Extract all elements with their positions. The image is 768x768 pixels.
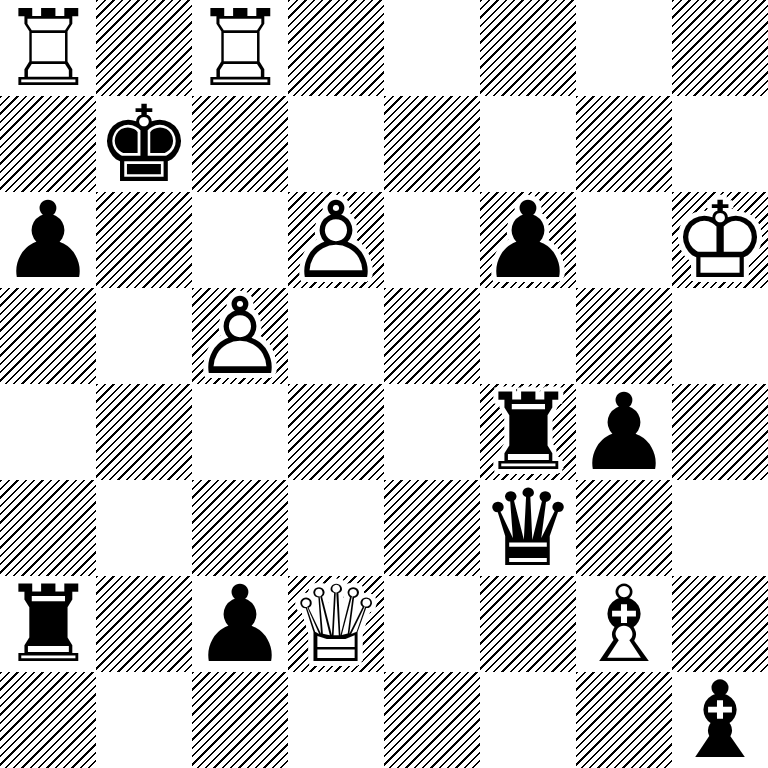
square-a7[interactable] — [0, 96, 96, 192]
piece-white-pawn[interactable]: ♙ — [288, 193, 384, 288]
square-d3[interactable] — [288, 480, 384, 576]
piece-black-rook[interactable]: ♜ — [480, 385, 576, 480]
piece-black-pawn[interactable]: ♟ — [192, 577, 288, 672]
square-c4[interactable] — [192, 384, 288, 480]
square-d5[interactable] — [288, 288, 384, 384]
square-e4[interactable] — [384, 384, 480, 480]
piece-black-pawn[interactable]: ♟ — [480, 193, 576, 288]
square-c1[interactable] — [192, 672, 288, 768]
square-e5[interactable] — [384, 288, 480, 384]
square-c8[interactable]: ♜♖ — [192, 0, 288, 96]
square-h3[interactable] — [672, 480, 768, 576]
piece-white-queen[interactable]: ♕ — [288, 577, 384, 672]
square-c5[interactable]: ♟♙ — [192, 288, 288, 384]
square-d4[interactable] — [288, 384, 384, 480]
square-e6[interactable] — [384, 192, 480, 288]
square-d8[interactable] — [288, 0, 384, 96]
square-f1[interactable] — [480, 672, 576, 768]
square-c7[interactable] — [192, 96, 288, 192]
square-h1[interactable]: ♝♝ — [672, 672, 768, 768]
piece-black-king[interactable]: ♚ — [96, 97, 192, 192]
square-h7[interactable] — [672, 96, 768, 192]
square-b6[interactable] — [96, 192, 192, 288]
piece-white-rook[interactable]: ♖ — [192, 1, 288, 96]
square-h6[interactable]: ♚♔ — [672, 192, 768, 288]
square-b7[interactable]: ♚♚ — [96, 96, 192, 192]
square-f4[interactable]: ♜♜ — [480, 384, 576, 480]
square-a8[interactable]: ♜♖ — [0, 0, 96, 96]
square-a1[interactable] — [0, 672, 96, 768]
square-c3[interactable] — [192, 480, 288, 576]
piece-black-bishop[interactable]: ♝ — [672, 673, 768, 768]
square-f6[interactable]: ♟♟ — [480, 192, 576, 288]
square-g1[interactable] — [576, 672, 672, 768]
square-c6[interactable] — [192, 192, 288, 288]
square-g7[interactable] — [576, 96, 672, 192]
square-h8[interactable] — [672, 0, 768, 96]
square-b3[interactable] — [96, 480, 192, 576]
square-f2[interactable] — [480, 576, 576, 672]
square-g8[interactable] — [576, 0, 672, 96]
piece-black-queen[interactable]: ♛ — [480, 481, 576, 576]
piece-white-bishop[interactable]: ♗ — [576, 577, 672, 672]
piece-black-pawn[interactable]: ♟ — [576, 385, 672, 480]
piece-white-rook[interactable]: ♖ — [0, 1, 96, 96]
square-d1[interactable] — [288, 672, 384, 768]
square-h2[interactable] — [672, 576, 768, 672]
square-g5[interactable] — [576, 288, 672, 384]
square-c2[interactable]: ♟♟ — [192, 576, 288, 672]
piece-black-pawn[interactable]: ♟ — [0, 193, 96, 288]
square-f5[interactable] — [480, 288, 576, 384]
square-e7[interactable] — [384, 96, 480, 192]
square-b2[interactable] — [96, 576, 192, 672]
square-f8[interactable] — [480, 0, 576, 96]
square-b1[interactable] — [96, 672, 192, 768]
piece-black-rook[interactable]: ♜ — [0, 577, 96, 672]
square-b4[interactable] — [96, 384, 192, 480]
chess-board: ♜♖♜♖♚♚♟♟♟♙♟♟♚♔♟♙♜♜♟♟♛♛♜♜♟♟♛♕♝♗♝♝ — [0, 0, 768, 768]
piece-white-pawn[interactable]: ♙ — [192, 289, 288, 384]
square-d7[interactable] — [288, 96, 384, 192]
square-d2[interactable]: ♛♕ — [288, 576, 384, 672]
square-e1[interactable] — [384, 672, 480, 768]
square-a6[interactable]: ♟♟ — [0, 192, 96, 288]
square-a2[interactable]: ♜♜ — [0, 576, 96, 672]
square-e2[interactable] — [384, 576, 480, 672]
square-b5[interactable] — [96, 288, 192, 384]
square-g3[interactable] — [576, 480, 672, 576]
square-f3[interactable]: ♛♛ — [480, 480, 576, 576]
square-g6[interactable] — [576, 192, 672, 288]
square-a3[interactable] — [0, 480, 96, 576]
chess-diagram: ♜♖♜♖♚♚♟♟♟♙♟♟♚♔♟♙♜♜♟♟♛♛♜♜♟♟♛♕♝♗♝♝ — [0, 0, 768, 768]
square-f7[interactable] — [480, 96, 576, 192]
square-e8[interactable] — [384, 0, 480, 96]
square-g2[interactable]: ♝♗ — [576, 576, 672, 672]
square-d6[interactable]: ♟♙ — [288, 192, 384, 288]
square-h5[interactable] — [672, 288, 768, 384]
square-g4[interactable]: ♟♟ — [576, 384, 672, 480]
square-e3[interactable] — [384, 480, 480, 576]
square-h4[interactable] — [672, 384, 768, 480]
square-a4[interactable] — [0, 384, 96, 480]
piece-white-king[interactable]: ♔ — [672, 193, 768, 288]
square-a5[interactable] — [0, 288, 96, 384]
square-b8[interactable] — [96, 0, 192, 96]
